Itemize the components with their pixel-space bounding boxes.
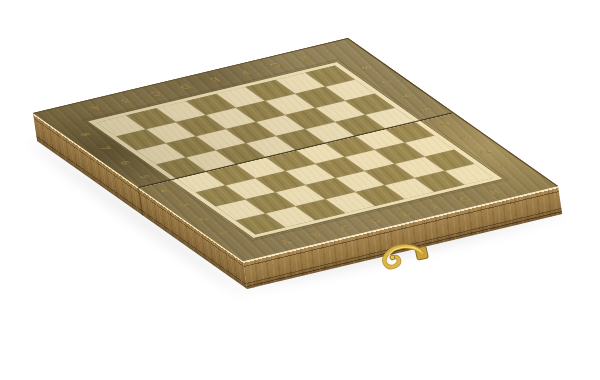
product-photo-stage: ABCDEFGH ABCDEFGH 87654321 87654321: [0, 0, 600, 380]
